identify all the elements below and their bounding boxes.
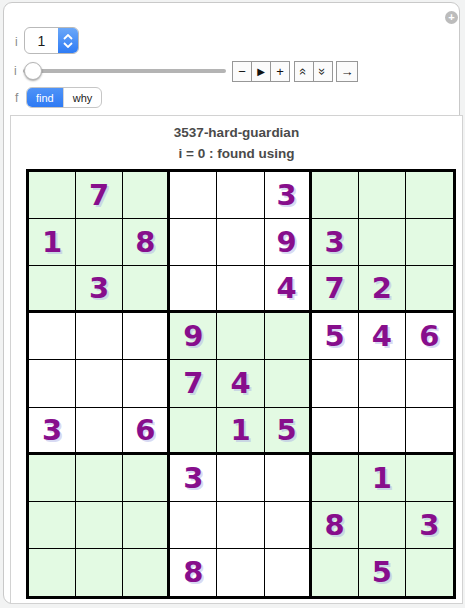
cell-r1c8 (359, 172, 406, 219)
cell-r7c4: 3 (170, 455, 217, 502)
slider-thumb[interactable] (24, 62, 42, 80)
cell-r9c3 (123, 549, 170, 596)
faster-button[interactable]: « (294, 61, 314, 82)
cell-r7c6 (265, 455, 312, 502)
cell-r4c6 (265, 313, 312, 360)
cell-r6c5: 1 (217, 408, 264, 455)
cell-r1c3 (123, 172, 170, 219)
cell-r1c4 (170, 172, 217, 219)
double-chevron-up-icon: « (297, 68, 310, 75)
stepper-down-icon[interactable] (63, 42, 73, 48)
puzzle-title: 3537-hard-guardian (11, 125, 462, 140)
cell-r6c8 (359, 408, 406, 455)
cell-r7c8: 1 (359, 455, 406, 502)
cell-r7c2 (76, 455, 123, 502)
cell-r8c6 (265, 502, 312, 549)
cell-r9c7 (312, 549, 359, 596)
cell-r3c3 (123, 266, 170, 313)
cell-r6c6: 5 (265, 408, 312, 455)
cell-r5c9 (406, 360, 453, 407)
cell-r5c8 (359, 360, 406, 407)
slider-label: i (14, 65, 17, 77)
to-end-button[interactable]: → (336, 61, 358, 82)
cell-r8c3 (123, 502, 170, 549)
manipulate-window: i 1 i − ▶ + « » → f findwhy + 3537-hard-… (3, 2, 460, 604)
cell-r4c5 (217, 313, 264, 360)
cell-r7c7 (312, 455, 359, 502)
cell-r1c5 (217, 172, 264, 219)
double-chevron-down-icon: » (316, 68, 329, 75)
cell-r1c1 (29, 172, 76, 219)
expand-plus-icon[interactable]: + (445, 11, 458, 24)
cell-r2c8 (359, 219, 406, 266)
cell-r8c4 (170, 502, 217, 549)
cell-r1c7 (312, 172, 359, 219)
cell-r6c4 (170, 408, 217, 455)
cell-r1c9 (406, 172, 453, 219)
cell-r5c6 (265, 360, 312, 407)
cell-r2c5 (217, 219, 264, 266)
cell-r8c9: 3 (406, 502, 453, 549)
cell-r3c6: 4 (265, 266, 312, 313)
cell-r5c5: 4 (217, 360, 264, 407)
toggle-option-why[interactable]: why (63, 88, 102, 107)
cell-r2c7: 3 (312, 219, 359, 266)
decrement-button[interactable]: − (232, 61, 252, 82)
increment-button[interactable]: + (270, 61, 290, 82)
play-icon: ▶ (257, 67, 265, 77)
cell-r4c9: 6 (406, 313, 453, 360)
cell-r4c4: 9 (170, 313, 217, 360)
cell-r6c7 (312, 408, 359, 455)
play-button[interactable]: ▶ (251, 61, 271, 82)
cell-r9c4: 8 (170, 549, 217, 596)
slower-button[interactable]: » (313, 61, 333, 82)
cell-r2c3: 8 (123, 219, 170, 266)
cell-r8c7: 8 (312, 502, 359, 549)
cell-r6c9 (406, 408, 453, 455)
cell-r4c3 (123, 313, 170, 360)
cell-r4c8: 4 (359, 313, 406, 360)
cell-r3c4 (170, 266, 217, 313)
cell-r8c8 (359, 502, 406, 549)
cell-r8c1 (29, 502, 76, 549)
slider-track[interactable] (23, 69, 226, 73)
sudoku-panel: 3537-hard-guardian i = 0 : found using 7… (10, 115, 463, 604)
stepper-up-icon[interactable] (63, 34, 73, 40)
cell-r9c6 (265, 549, 312, 596)
cell-r4c7: 5 (312, 313, 359, 360)
index-stepper[interactable]: 1 (24, 27, 79, 54)
cell-r8c2 (76, 502, 123, 549)
find-why-toggle[interactable]: findwhy (26, 87, 102, 108)
sudoku-board: 73189334729546743615318385 (26, 169, 456, 599)
cell-r3c9 (406, 266, 453, 313)
cell-r2c4 (170, 219, 217, 266)
cell-r5c7 (312, 360, 359, 407)
puzzle-subtitle: i = 0 : found using (11, 146, 462, 161)
cell-r9c1 (29, 549, 76, 596)
cell-r6c2 (76, 408, 123, 455)
cell-r4c1 (29, 313, 76, 360)
cell-r3c5 (217, 266, 264, 313)
toggle-option-find[interactable]: find (27, 88, 63, 107)
cell-r3c7: 7 (312, 266, 359, 313)
cell-r6c3: 6 (123, 408, 170, 455)
cell-r1c6: 3 (265, 172, 312, 219)
stepper-label: i (15, 36, 18, 48)
cell-r7c5 (217, 455, 264, 502)
cell-r2c1: 1 (29, 219, 76, 266)
cell-r3c2: 3 (76, 266, 123, 313)
cell-r7c9 (406, 455, 453, 502)
cell-r5c4: 7 (170, 360, 217, 407)
arrow-right-icon: → (341, 65, 354, 78)
cell-r3c1 (29, 266, 76, 313)
cell-r4c2 (76, 313, 123, 360)
cell-r9c9 (406, 549, 453, 596)
cell-r7c1 (29, 455, 76, 502)
stepper-arrows[interactable] (58, 28, 78, 53)
cell-r8c5 (217, 502, 264, 549)
cell-r5c2 (76, 360, 123, 407)
cell-r9c2 (76, 549, 123, 596)
cell-r6c1: 3 (29, 408, 76, 455)
toggle-label: f (15, 92, 18, 104)
cell-r9c5 (217, 549, 264, 596)
cell-r2c2 (76, 219, 123, 266)
stepper-value[interactable]: 1 (25, 28, 58, 53)
cell-r2c6: 9 (265, 219, 312, 266)
cell-r2c9 (406, 219, 453, 266)
cell-r9c8: 5 (359, 549, 406, 596)
cell-r5c1 (29, 360, 76, 407)
cell-r5c3 (123, 360, 170, 407)
cell-r7c3 (123, 455, 170, 502)
cell-r3c8: 2 (359, 266, 406, 313)
cell-r1c2: 7 (76, 172, 123, 219)
